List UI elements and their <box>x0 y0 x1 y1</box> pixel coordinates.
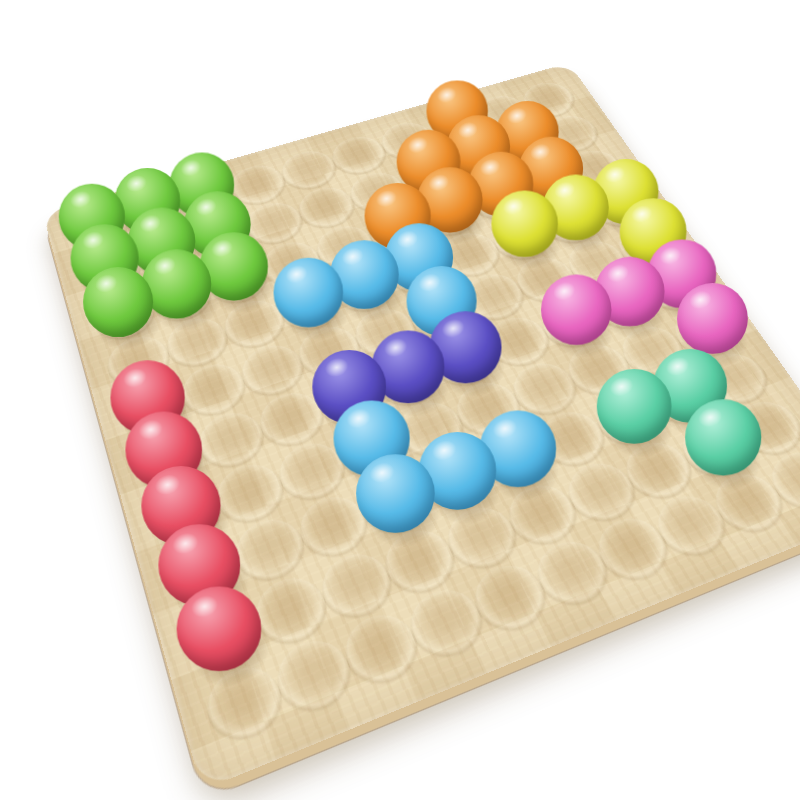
board-scene <box>0 0 800 800</box>
bead-pink-r6c9[interactable] <box>677 283 748 354</box>
bead-teal-r7c7[interactable] <box>596 369 671 444</box>
bead-green-r2c1[interactable] <box>142 249 211 318</box>
bead-pink-r5c7[interactable] <box>541 275 611 345</box>
bead-blue-r7c3[interactable] <box>356 454 435 533</box>
game-board <box>43 63 800 791</box>
bead-teal-r8c8[interactable] <box>685 399 761 475</box>
bead-red-r8c0[interactable] <box>177 586 262 671</box>
bead-blue-r3c3[interactable] <box>274 258 344 328</box>
bead-yellow-r3c7[interactable] <box>491 191 558 258</box>
